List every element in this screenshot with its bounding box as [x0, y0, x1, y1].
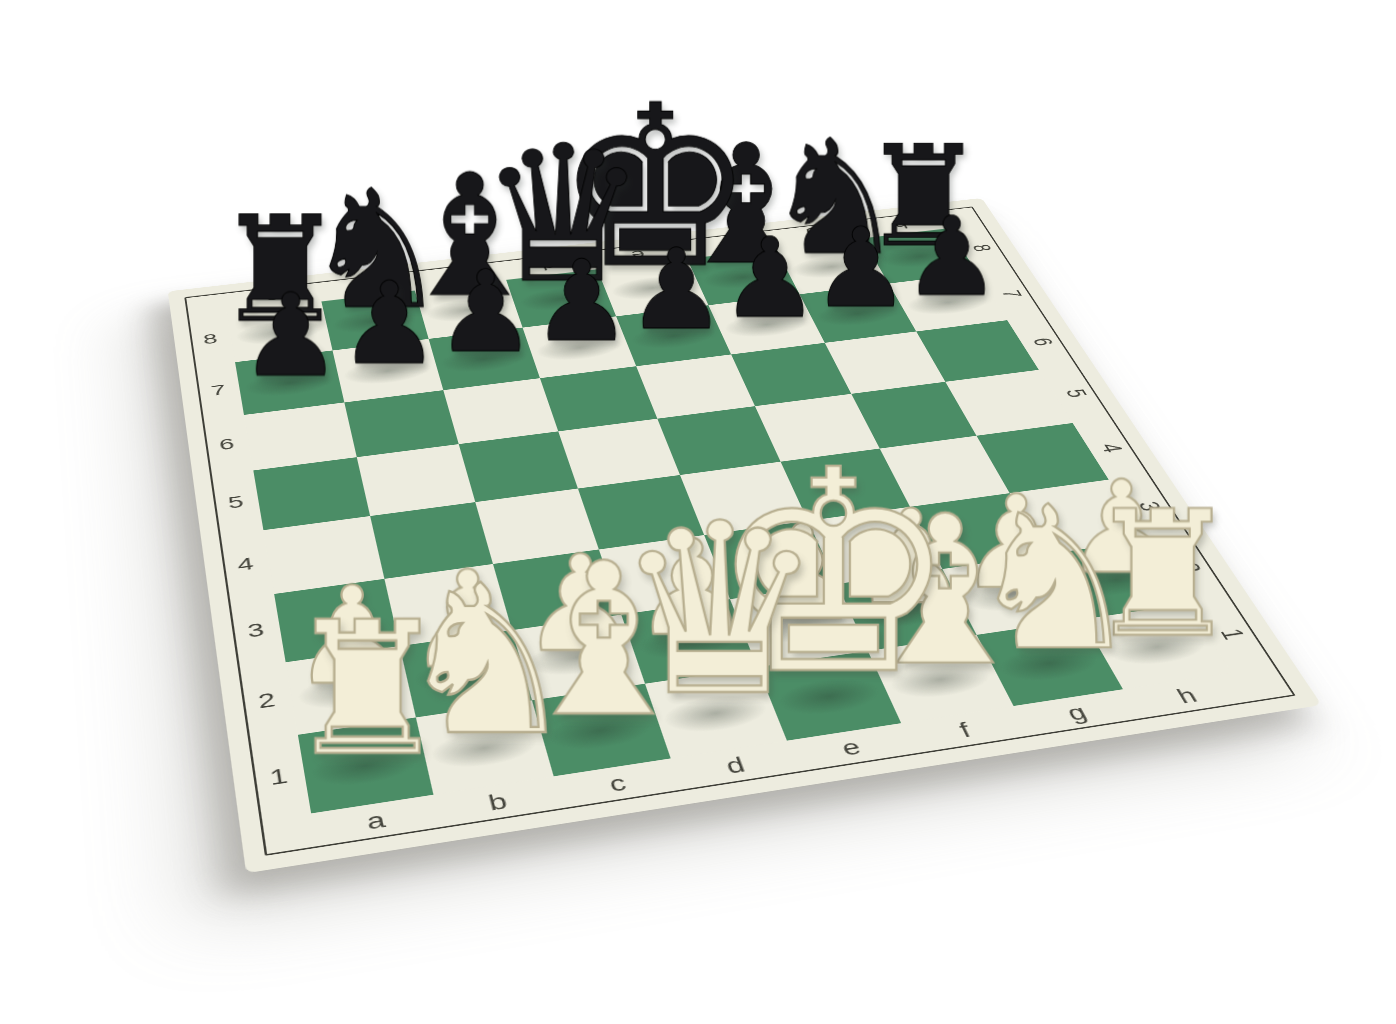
product-photo-stage: aabbccddeeffgghh8877665544332211♜♞♝♛♚♝♞♜… — [0, 0, 1396, 1024]
board-mat: aabbccddeeffgghh8877665544332211♜♞♝♛♚♝♞♜… — [168, 198, 1322, 873]
black-pawn-glyph: ♟ — [167, 281, 415, 390]
white-rook-glyph: ♜ — [215, 602, 518, 777]
